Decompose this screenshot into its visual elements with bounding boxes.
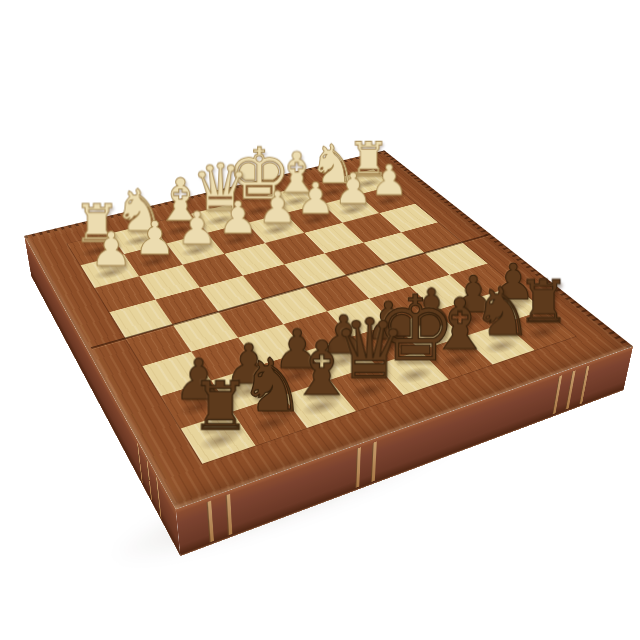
white-pawn: ♟ <box>217 195 257 240</box>
kerf-groove <box>206 501 214 543</box>
kerf-groove <box>565 370 575 409</box>
white-pawn: ♟ <box>257 186 297 230</box>
square-c4 <box>200 276 263 312</box>
chess-set-photo: ♜♞♝♛♚♝♞♜♟♟♟♟♟♟♟♟♟♟♟♟♟♟♟♟♜♞♝♛♚♝♞♜ <box>0 0 640 640</box>
kerf-groove <box>137 442 143 485</box>
kerf-groove <box>552 375 562 415</box>
black-rook: ♜ <box>190 374 250 441</box>
kerf-groove <box>146 458 152 501</box>
white-pawn: ♟ <box>176 205 217 251</box>
white-pawn: ♟ <box>370 159 408 201</box>
white-pawn: ♟ <box>90 226 132 273</box>
white-pawn: ♟ <box>334 167 372 210</box>
kerf-groove <box>225 494 232 536</box>
white-pawn: ♟ <box>134 215 176 261</box>
square-a8: ♜ <box>181 412 256 464</box>
white-pawn: ♟ <box>296 176 335 220</box>
kerf-groove <box>371 441 377 482</box>
kerf-groove <box>579 365 590 404</box>
square-a3 <box>95 276 156 312</box>
kerf-groove <box>355 447 361 488</box>
